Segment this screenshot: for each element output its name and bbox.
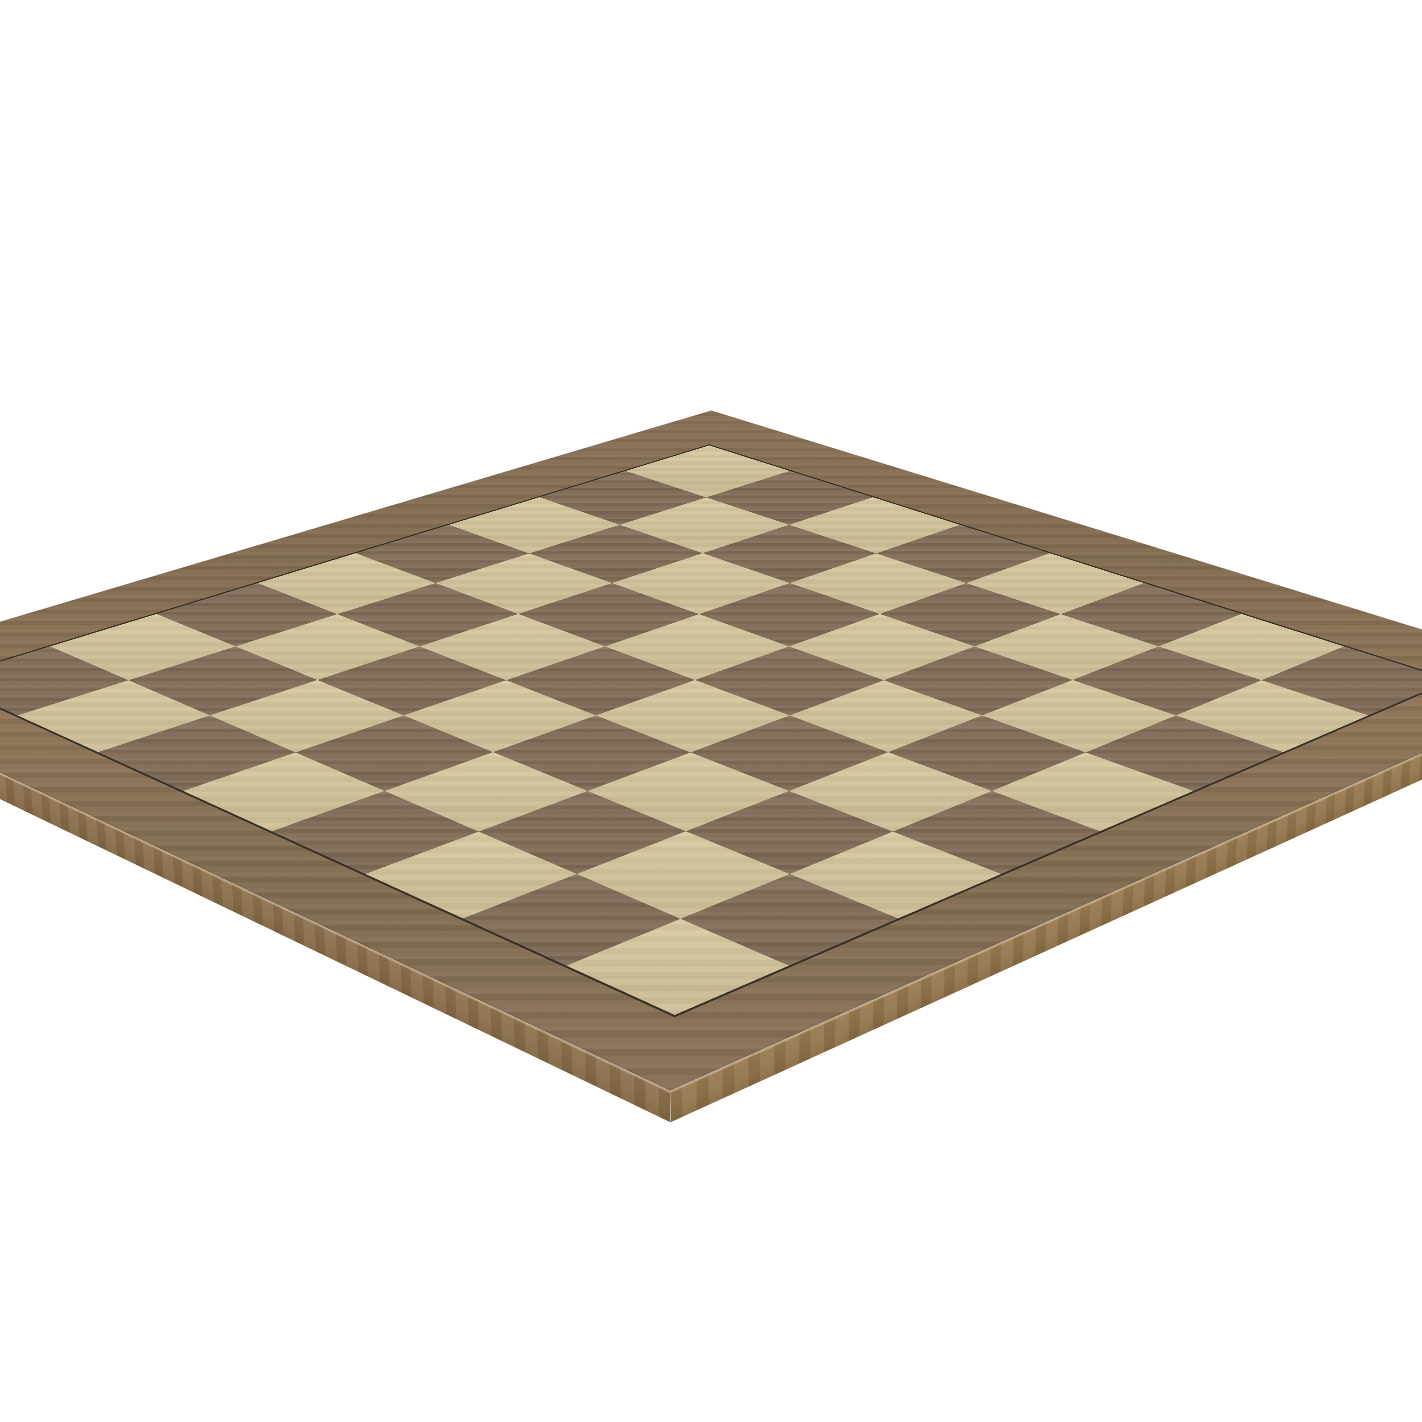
chess-board <box>0 411 1422 1091</box>
inlay-line <box>0 444 1422 1017</box>
board-squares <box>0 445 1422 1015</box>
scene-background <box>0 0 1422 1422</box>
board-top-surface <box>0 411 1422 1091</box>
